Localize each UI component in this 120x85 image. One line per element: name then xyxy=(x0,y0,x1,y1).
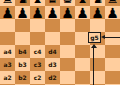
square-a5 xyxy=(0,32,15,45)
square-c6 xyxy=(30,19,45,32)
square-g7 xyxy=(90,6,105,19)
chess-board: ♜♞♝♛♚♝♞♜♟♟♟♟♟♟♟♟a4b4c4d4a3b3c3d3a2b2c2d2 xyxy=(0,0,120,85)
square-c5 xyxy=(30,32,45,45)
square-label-c4: c4 xyxy=(30,45,45,58)
square-h1 xyxy=(105,84,120,85)
square-label-b4: b4 xyxy=(15,45,30,58)
square-label-d2: d2 xyxy=(45,71,60,84)
square-h6 xyxy=(105,19,120,32)
square-label-b3: b3 xyxy=(15,58,30,71)
square-e4 xyxy=(60,45,75,58)
square-f2 xyxy=(75,71,90,84)
callout-g5-label: g5 xyxy=(90,34,98,41)
square-d7 xyxy=(45,6,60,19)
square-label-d3: d3 xyxy=(45,58,60,71)
square-e2 xyxy=(60,71,75,84)
square-e7 xyxy=(60,6,75,19)
chess-diagram: ♜♞♝♛♚♝♞♜♟♟♟♟♟♟♟♟a4b4c4d4a3b3c3d3a2b2c2d2… xyxy=(0,0,120,85)
square-label-c3: c3 xyxy=(30,58,45,71)
square-b7 xyxy=(15,6,30,19)
square-c1 xyxy=(30,84,45,85)
square-h4 xyxy=(105,45,120,58)
square-f4 xyxy=(75,45,90,58)
square-h7 xyxy=(105,6,120,19)
square-c7 xyxy=(30,6,45,19)
square-b5 xyxy=(15,32,30,45)
square-label-c2: c2 xyxy=(30,71,45,84)
square-d6 xyxy=(45,19,60,32)
square-a1 xyxy=(0,84,15,85)
square-g6 xyxy=(90,19,105,32)
square-f3 xyxy=(75,58,90,71)
square-label-a3: a3 xyxy=(0,58,15,71)
square-label-a2: a2 xyxy=(0,71,15,84)
square-e3 xyxy=(60,58,75,71)
square-f6 xyxy=(75,19,90,32)
square-a6 xyxy=(0,19,15,32)
square-f1 xyxy=(75,84,90,85)
square-b1 xyxy=(15,84,30,85)
square-h3 xyxy=(105,58,120,71)
square-h5 xyxy=(105,32,120,45)
square-e1 xyxy=(60,84,75,85)
callout-vertical-line xyxy=(93,47,95,85)
square-h2 xyxy=(105,71,120,84)
square-d1 xyxy=(45,84,60,85)
square-d5 xyxy=(45,32,60,45)
square-b6 xyxy=(15,19,30,32)
square-a7 xyxy=(0,6,15,19)
square-e6 xyxy=(60,19,75,32)
square-label-b2: b2 xyxy=(15,71,30,84)
square-f7 xyxy=(75,6,90,19)
callout-horizontal-line xyxy=(104,37,120,39)
callout-g5-box: g5 xyxy=(88,32,101,43)
square-label-a4: a4 xyxy=(0,45,15,58)
square-label-d4: d4 xyxy=(45,45,60,58)
square-e5 xyxy=(60,32,75,45)
